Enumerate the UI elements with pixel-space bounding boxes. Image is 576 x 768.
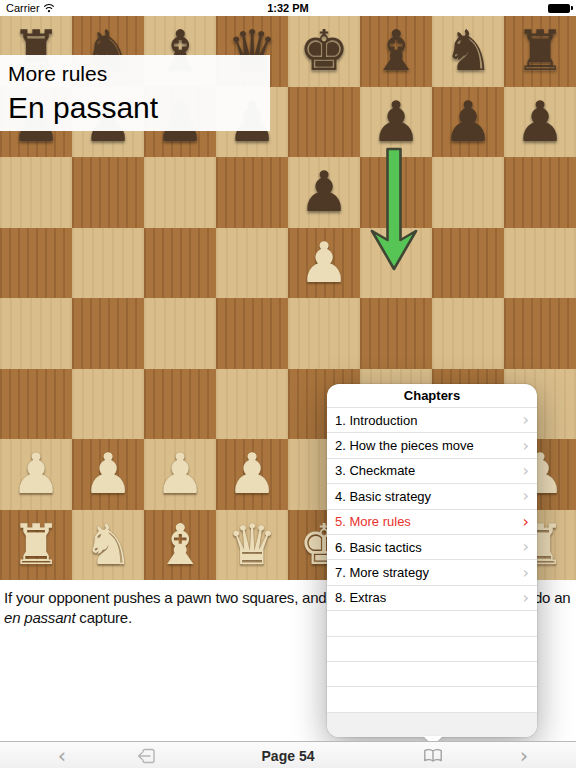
piece-black-pawn: ♟ [371, 87, 421, 158]
square-c4[interactable] [144, 298, 216, 369]
piece-white-pawn: ♟ [83, 439, 133, 510]
square-f7[interactable]: ♟ [360, 87, 432, 158]
empty-row [327, 661, 537, 686]
square-a4[interactable] [0, 298, 72, 369]
chevron-right-icon: › [523, 565, 529, 581]
square-e5[interactable]: ♟ [288, 228, 360, 299]
square-f5[interactable] [360, 228, 432, 299]
square-e6[interactable]: ♟ [288, 157, 360, 228]
square-b1[interactable]: ♞ [72, 510, 144, 581]
chapter-item-basic-strategy[interactable]: 4. Basic strategy › [327, 483, 537, 508]
square-b2[interactable]: ♟ [72, 439, 144, 510]
caption-line2-rest: capture. [75, 609, 132, 626]
square-d2[interactable]: ♟ [216, 439, 288, 510]
square-f6[interactable] [360, 157, 432, 228]
chapter-item-introduction[interactable]: 1. Introduction › [327, 407, 537, 432]
square-h6[interactable] [504, 157, 576, 228]
square-d6[interactable] [216, 157, 288, 228]
empty-row [327, 686, 537, 711]
chevron-right-icon: › [523, 463, 529, 479]
chevron-right-icon: › [523, 438, 529, 454]
piece-black-pawn: ♟ [299, 157, 349, 228]
battery-icon [548, 4, 570, 13]
square-a6[interactable] [0, 157, 72, 228]
square-g4[interactable] [432, 298, 504, 369]
piece-white-queen: ♛ [227, 510, 277, 581]
square-b4[interactable] [72, 298, 144, 369]
square-d3[interactable] [216, 369, 288, 440]
chapters-button[interactable] [419, 742, 447, 768]
chevron-right-icon: › [523, 412, 529, 428]
piece-white-pawn: ♟ [11, 439, 61, 510]
chapter-item-more-rules[interactable]: 5. More rules › [327, 509, 537, 534]
chapter-item-checkmate[interactable]: 3. Checkmate › [327, 458, 537, 483]
clock: 1:32 PM [0, 2, 576, 14]
chevron-right-icon: › [523, 488, 529, 504]
chevron-right-icon: › [523, 539, 529, 555]
lesson-title: En passant [8, 88, 262, 128]
square-g8[interactable]: ♞ [432, 16, 504, 87]
piece-white-pawn: ♟ [299, 228, 349, 299]
chapter-item-how-pieces-move[interactable]: 2. How the pieces move › [327, 432, 537, 457]
popover-title: Chapters [327, 384, 537, 407]
square-h8[interactable]: ♜ [504, 16, 576, 87]
piece-white-knight: ♞ [83, 510, 133, 581]
popover-footer [327, 712, 537, 737]
square-b3[interactable] [72, 369, 144, 440]
square-d1[interactable]: ♛ [216, 510, 288, 581]
square-a2[interactable]: ♟ [0, 439, 72, 510]
piece-black-pawn: ♟ [443, 87, 493, 158]
book-icon [422, 748, 444, 764]
previous-page-button[interactable]: ‹ [48, 742, 76, 768]
chapters-popover: Chapters 1. Introduction › 2. How the pi… [327, 384, 537, 737]
chapter-item-more-strategy[interactable]: 7. More strategy › [327, 559, 537, 584]
square-c5[interactable] [144, 228, 216, 299]
next-page-button[interactable]: › [510, 742, 538, 768]
square-c1[interactable]: ♝ [144, 510, 216, 581]
square-a5[interactable] [0, 228, 72, 299]
square-b6[interactable] [72, 157, 144, 228]
square-e8[interactable]: ♚ [288, 16, 360, 87]
chapter-item-basic-tactics[interactable]: 6. Basic tactics › [327, 534, 537, 559]
square-f4[interactable] [360, 298, 432, 369]
square-g6[interactable] [432, 157, 504, 228]
square-h5[interactable] [504, 228, 576, 299]
square-g7[interactable]: ♟ [432, 87, 504, 158]
lesson-banner: More rules En passant [0, 55, 270, 131]
square-a3[interactable] [0, 369, 72, 440]
square-c6[interactable] [144, 157, 216, 228]
square-b5[interactable] [72, 228, 144, 299]
bottom-toolbar: Page 54 ‹ › [0, 741, 576, 768]
square-d4[interactable] [216, 298, 288, 369]
piece-white-pawn: ♟ [155, 439, 205, 510]
piece-black-pawn: ♟ [515, 87, 565, 158]
square-h7[interactable]: ♟ [504, 87, 576, 158]
square-a1[interactable]: ♜ [0, 510, 72, 581]
chevron-right-icon: › [523, 514, 529, 530]
chapter-title: More rules [8, 60, 262, 88]
piece-black-king: ♚ [299, 16, 349, 87]
piece-black-bishop: ♝ [371, 16, 421, 87]
page-indicator: Page 54 [0, 742, 576, 768]
exit-icon [135, 747, 157, 765]
square-e7[interactable] [288, 87, 360, 158]
empty-row [327, 610, 537, 635]
piece-white-pawn: ♟ [227, 439, 277, 510]
piece-black-rook: ♜ [515, 16, 565, 87]
status-bar: Carrier 1:32 PM [0, 0, 576, 16]
square-h4[interactable] [504, 298, 576, 369]
square-f8[interactable]: ♝ [360, 16, 432, 87]
exit-lesson-button[interactable] [132, 742, 160, 768]
empty-row [327, 636, 537, 661]
square-d5[interactable] [216, 228, 288, 299]
caption-en-passant: en passant [4, 609, 75, 626]
square-g5[interactable] [432, 228, 504, 299]
square-c3[interactable] [144, 369, 216, 440]
piece-white-bishop: ♝ [155, 510, 205, 581]
square-e4[interactable] [288, 298, 360, 369]
chevron-right-icon: › [523, 590, 529, 606]
square-c2[interactable]: ♟ [144, 439, 216, 510]
piece-white-rook: ♜ [11, 510, 61, 581]
piece-black-knight: ♞ [443, 16, 493, 87]
chapter-item-extras[interactable]: 8. Extras › [327, 585, 537, 610]
